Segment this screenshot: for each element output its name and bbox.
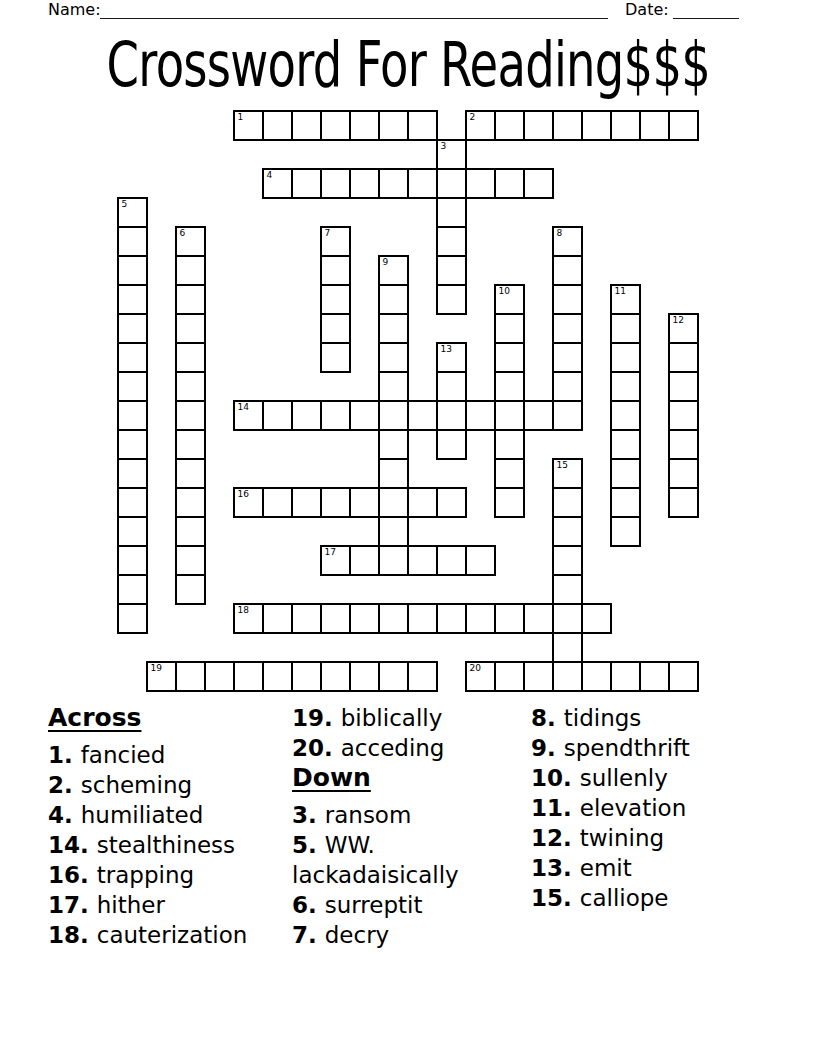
clue-19: 19. biblically	[292, 703, 508, 733]
grid-cell-r17c15[interactable]	[552, 603, 583, 634]
clue-text: elevation	[580, 795, 686, 821]
grid-cell-r2c9[interactable]	[378, 168, 409, 199]
grid-cell-r19c13[interactable]	[494, 661, 525, 692]
grid-cell-r12c19[interactable]	[668, 458, 699, 489]
grid-cell-r19c18[interactable]	[639, 661, 670, 692]
grid-cell-r19c15[interactable]	[552, 661, 583, 692]
grid-cell-r14c0[interactable]	[117, 516, 148, 547]
clue-text: tidings	[564, 705, 642, 731]
clue-number: 3.	[292, 802, 325, 828]
name-label: Name:	[48, 1, 101, 19]
clue-column-right: 8. tidings9. spendthrift10. sullenly11. …	[531, 703, 743, 913]
date-label: Date:	[625, 1, 669, 19]
cell-number-17: 17	[325, 547, 336, 558]
clue-number: 14.	[48, 832, 97, 858]
clue-column-middle: 19. biblically20. accedingDown3. ransom5…	[292, 703, 508, 950]
grid-cell-r14c15[interactable]	[552, 516, 583, 547]
grid-cell-r11c2[interactable]	[175, 429, 206, 460]
grid-cell-r11c13[interactable]	[494, 429, 525, 460]
cell-number-3: 3	[441, 141, 447, 152]
grid-cell-r10c13[interactable]	[494, 400, 525, 431]
cell-number-6: 6	[180, 228, 186, 239]
grid-cell-r2c6[interactable]	[291, 168, 322, 199]
clue-text: trapping	[97, 862, 194, 888]
cell-number-8: 8	[557, 228, 563, 239]
grid-cell-r17c12[interactable]	[465, 603, 496, 634]
grid-cell-r10c8[interactable]	[349, 400, 380, 431]
grid-cell-r10c17[interactable]	[610, 400, 641, 431]
clue-6: 6. surreptit	[292, 890, 508, 920]
clue-column-left: Across1. fancied2. scheming4. humiliated…	[48, 703, 288, 950]
clue-14: 14. stealthiness	[48, 830, 288, 860]
grid-cell-r3c0[interactable]: 5	[117, 197, 148, 228]
grid-cell-r7c17[interactable]	[610, 313, 641, 344]
clue-text: biblically	[341, 705, 443, 731]
clue-text: stealthiness	[97, 832, 235, 858]
grid-cell-r5c7[interactable]	[320, 255, 351, 286]
clue-number: 18.	[48, 922, 97, 948]
grid-cell-r9c11[interactable]	[436, 371, 467, 402]
grid-cell-r15c9[interactable]	[378, 545, 409, 576]
grid-cell-r5c9[interactable]: 9	[378, 255, 409, 286]
clue-text: acceding	[341, 735, 445, 761]
cell-number-14: 14	[238, 402, 249, 413]
grid-cell-r19c17[interactable]	[610, 661, 641, 692]
grid-cell-r10c15[interactable]	[552, 400, 583, 431]
grid-cell-r16c2[interactable]	[175, 574, 206, 605]
grid-cell-r6c13[interactable]: 10	[494, 284, 525, 315]
crossword-worksheet-page: { "game": "crossword", "header": { "name…	[0, 0, 816, 1056]
grid-cell-r12c17[interactable]	[610, 458, 641, 489]
cell-number-1: 1	[238, 112, 244, 123]
clue-number: 11.	[531, 795, 580, 821]
clue-number: 13.	[531, 855, 580, 881]
grid-cell-r12c2[interactable]	[175, 458, 206, 489]
grid-cell-r19c7[interactable]	[320, 661, 351, 692]
down-heading: Down	[292, 763, 508, 796]
grid-cell-r13c0[interactable]	[117, 487, 148, 518]
grid-cell-r17c14[interactable]	[523, 603, 554, 634]
grid-cell-r17c7[interactable]	[320, 603, 351, 634]
clue-number: 20.	[292, 735, 341, 761]
clue-number: 5.	[292, 832, 325, 858]
grid-cell-r9c17[interactable]	[610, 371, 641, 402]
grid-cell-r5c15[interactable]	[552, 255, 583, 286]
clue-15: 15. calliope	[531, 883, 743, 913]
grid-cell-r4c0[interactable]	[117, 226, 148, 257]
grid-cell-r2c10[interactable]	[407, 168, 438, 199]
grid-cell-r18c15[interactable]	[552, 632, 583, 663]
grid-cell-r13c19[interactable]	[668, 487, 699, 518]
grid-cell-r16c0[interactable]	[117, 574, 148, 605]
grid-cell-r7c9[interactable]	[378, 313, 409, 344]
grid-cell-r10c4[interactable]: 14	[233, 400, 264, 431]
clue-number: 6.	[292, 892, 325, 918]
grid-cell-r17c9[interactable]	[378, 603, 409, 634]
grid-cell-r17c8[interactable]	[349, 603, 380, 634]
grid-cell-r6c15[interactable]	[552, 284, 583, 315]
grid-cell-r5c11[interactable]	[436, 255, 467, 286]
grid-cell-r0c16[interactable]	[581, 110, 612, 141]
clue-3: 3. ransom	[292, 800, 508, 830]
grid-cell-r11c0[interactable]	[117, 429, 148, 460]
grid-cell-r12c13[interactable]	[494, 458, 525, 489]
grid-cell-r9c19[interactable]	[668, 371, 699, 402]
grid-cell-r0c4[interactable]: 1	[233, 110, 264, 141]
grid-cell-r13c6[interactable]	[291, 487, 322, 518]
grid-cell-r19c4[interactable]	[233, 661, 264, 692]
clue-text: cauterization	[97, 922, 248, 948]
clue-number: 17.	[48, 892, 97, 918]
grid-cell-r10c14[interactable]	[523, 400, 554, 431]
page-title: Crossword For Reading$$$	[106, 33, 709, 97]
grid-cell-r5c0[interactable]	[117, 255, 148, 286]
grid-cell-r10c11[interactable]	[436, 400, 467, 431]
grid-cell-r19c9[interactable]	[378, 661, 409, 692]
grid-cell-r7c0[interactable]	[117, 313, 148, 344]
down-heading-text: Down	[292, 763, 371, 792]
grid-cell-r19c2[interactable]	[175, 661, 206, 692]
grid-cell-r13c4[interactable]: 16	[233, 487, 264, 518]
crossword-grid: 1234567891011121314151617181920	[117, 110, 699, 692]
clue-text: scheming	[81, 772, 192, 798]
grid-cell-r1c11[interactable]: 3	[436, 139, 467, 170]
grid-cell-r5c2[interactable]	[175, 255, 206, 286]
grid-cell-r0c13[interactable]	[494, 110, 525, 141]
clue-13: 13. emit	[531, 853, 743, 883]
clue-number: 16.	[48, 862, 97, 888]
grid-cell-r8c2[interactable]	[175, 342, 206, 373]
grid-cell-r15c11[interactable]	[436, 545, 467, 576]
cell-number-18: 18	[238, 605, 249, 616]
grid-cell-r2c11[interactable]	[436, 168, 467, 199]
grid-cell-r8c9[interactable]	[378, 342, 409, 373]
grid-cell-r9c0[interactable]	[117, 371, 148, 402]
grid-cell-r19c19[interactable]	[668, 661, 699, 692]
grid-cell-r7c13[interactable]	[494, 313, 525, 344]
cell-number-13: 13	[441, 344, 452, 355]
grid-cell-r13c10[interactable]	[407, 487, 438, 518]
grid-cell-r7c19[interactable]: 12	[668, 313, 699, 344]
cell-number-5: 5	[122, 199, 128, 210]
grid-cell-r19c5[interactable]	[262, 661, 293, 692]
grid-cell-r0c19[interactable]	[668, 110, 699, 141]
across-heading-text: Across	[48, 703, 141, 732]
cell-number-15: 15	[557, 460, 568, 471]
grid-cell-r8c7[interactable]	[320, 342, 351, 373]
grid-cell-r8c11[interactable]: 13	[436, 342, 467, 373]
grid-cell-r19c12[interactable]: 20	[465, 661, 496, 692]
page-title-wrap: Crossword For Reading$$$	[0, 33, 816, 97]
grid-cell-r15c12[interactable]	[465, 545, 496, 576]
cell-number-7: 7	[325, 228, 331, 239]
grid-cell-r13c7[interactable]	[320, 487, 351, 518]
grid-cell-r17c4[interactable]: 18	[233, 603, 264, 634]
grid-cell-r6c17[interactable]: 11	[610, 284, 641, 315]
clue-16: 16. trapping	[48, 860, 288, 890]
clue-10: 10. sullenly	[531, 763, 743, 793]
grid-cell-r10c2[interactable]	[175, 400, 206, 431]
grid-cell-r8c15[interactable]	[552, 342, 583, 373]
grid-cell-r19c6[interactable]	[291, 661, 322, 692]
grid-cell-r2c13[interactable]	[494, 168, 525, 199]
grid-cell-r9c9[interactable]	[378, 371, 409, 402]
clue-text: sullenly	[580, 765, 668, 791]
grid-cell-r11c17[interactable]	[610, 429, 641, 460]
grid-cell-r0c14[interactable]	[523, 110, 554, 141]
grid-cell-r19c10[interactable]	[407, 661, 438, 692]
grid-cell-r17c13[interactable]	[494, 603, 525, 634]
grid-cell-r19c1[interactable]: 19	[146, 661, 177, 692]
grid-cell-r3c11[interactable]	[436, 197, 467, 228]
cell-number-2: 2	[470, 112, 476, 123]
clue-text: emit	[580, 855, 632, 881]
clue-text: twining	[580, 825, 664, 851]
grid-cell-r0c9[interactable]	[378, 110, 409, 141]
grid-cell-r12c9[interactable]	[378, 458, 409, 489]
clue-number: 19.	[292, 705, 341, 731]
grid-cell-r6c0[interactable]	[117, 284, 148, 315]
clue-text: humiliated	[81, 802, 204, 828]
grid-cell-r2c12[interactable]	[465, 168, 496, 199]
grid-cell-r4c2[interactable]: 6	[175, 226, 206, 257]
clue-text: hither	[97, 892, 165, 918]
clue-4: 4. humiliated	[48, 800, 288, 830]
clue-number: 9.	[531, 735, 564, 761]
grid-cell-r17c11[interactable]	[436, 603, 467, 634]
grid-cell-r15c15[interactable]	[552, 545, 583, 576]
clue-number: 4.	[48, 802, 81, 828]
grid-cell-r19c16[interactable]	[581, 661, 612, 692]
clue-2: 2. scheming	[48, 770, 288, 800]
clue-text: surreptit	[325, 892, 423, 918]
grid-cell-r17c10[interactable]	[407, 603, 438, 634]
grid-cell-r7c15[interactable]	[552, 313, 583, 344]
grid-cell-r10c7[interactable]	[320, 400, 351, 431]
grid-cell-r2c5[interactable]: 4	[262, 168, 293, 199]
grid-cell-r10c0[interactable]	[117, 400, 148, 431]
grid-cell-r4c11[interactable]	[436, 226, 467, 257]
cell-number-4: 4	[267, 170, 273, 181]
grid-cell-r19c14[interactable]	[523, 661, 554, 692]
grid-cell-r13c13[interactable]	[494, 487, 525, 518]
clue-number: 7.	[292, 922, 325, 948]
clue-18: 18. cauterization	[48, 920, 288, 950]
cell-number-19: 19	[151, 663, 162, 674]
clue-text: ransom	[325, 802, 412, 828]
grid-cell-r12c0[interactable]	[117, 458, 148, 489]
grid-cell-r0c7[interactable]	[320, 110, 351, 141]
grid-cell-r11c9[interactable]	[378, 429, 409, 460]
grid-cell-r0c18[interactable]	[639, 110, 670, 141]
grid-cell-r14c17[interactable]	[610, 516, 641, 547]
grid-cell-r0c6[interactable]	[291, 110, 322, 141]
clue-8: 8. tidings	[531, 703, 743, 733]
clue-number: 10.	[531, 765, 580, 791]
clue-12: 12. twining	[531, 823, 743, 853]
cell-number-11: 11	[615, 286, 626, 297]
grid-cell-r8c13[interactable]	[494, 342, 525, 373]
grid-cell-r6c2[interactable]	[175, 284, 206, 315]
clue-number: 15.	[531, 885, 580, 911]
cell-number-10: 10	[499, 286, 510, 297]
grid-cell-r10c12[interactable]	[465, 400, 496, 431]
grid-cell-r15c10[interactable]	[407, 545, 438, 576]
grid-cell-r11c19[interactable]	[668, 429, 699, 460]
grid-cell-r10c6[interactable]	[291, 400, 322, 431]
grid-cell-r19c3[interactable]	[204, 661, 235, 692]
cell-number-9: 9	[383, 257, 389, 268]
grid-cell-r0c5[interactable]	[262, 110, 293, 141]
grid-cell-r13c9[interactable]	[378, 487, 409, 518]
grid-cell-r13c5[interactable]	[262, 487, 293, 518]
grid-cell-r4c15[interactable]: 8	[552, 226, 583, 257]
grid-cell-r14c9[interactable]	[378, 516, 409, 547]
grid-cell-r10c9[interactable]	[378, 400, 409, 431]
clue-17: 17. hither	[48, 890, 288, 920]
grid-cell-r6c7[interactable]	[320, 284, 351, 315]
grid-cell-r6c11[interactable]	[436, 284, 467, 315]
grid-cell-r19c8[interactable]	[349, 661, 380, 692]
clue-number: 1.	[48, 742, 81, 768]
grid-cell-r15c0[interactable]	[117, 545, 148, 576]
grid-cell-r13c15[interactable]	[552, 487, 583, 518]
cell-number-12: 12	[673, 315, 684, 326]
grid-cell-r10c5[interactable]	[262, 400, 293, 431]
grid-cell-r17c16[interactable]	[581, 603, 612, 634]
grid-cell-r13c11[interactable]	[436, 487, 467, 518]
grid-cell-r11c11[interactable]	[436, 429, 467, 460]
grid-cell-r0c8[interactable]	[349, 110, 380, 141]
grid-cell-r6c9[interactable]	[378, 284, 409, 315]
grid-cell-r9c13[interactable]	[494, 371, 525, 402]
grid-cell-r13c17[interactable]	[610, 487, 641, 518]
name-blank-line	[100, 0, 608, 19]
grid-cell-r15c8[interactable]	[349, 545, 380, 576]
date-blank-line	[673, 0, 739, 19]
clue-7: 7. decry	[292, 920, 508, 950]
clue-text: fancied	[81, 742, 166, 768]
grid-cell-r17c0[interactable]	[117, 603, 148, 634]
grid-cell-r4c7[interactable]: 7	[320, 226, 351, 257]
grid-cell-r15c7[interactable]: 17	[320, 545, 351, 576]
grid-cell-r17c5[interactable]	[262, 603, 293, 634]
grid-cell-r13c8[interactable]	[349, 487, 380, 518]
cell-number-16: 16	[238, 489, 249, 500]
clue-20: 20. acceding	[292, 733, 508, 763]
grid-cell-r14c2[interactable]	[175, 516, 206, 547]
grid-cell-r0c10[interactable]	[407, 110, 438, 141]
grid-cell-r9c15[interactable]	[552, 371, 583, 402]
grid-cell-r8c19[interactable]	[668, 342, 699, 373]
clue-number: 2.	[48, 772, 81, 798]
grid-cell-r10c10[interactable]	[407, 400, 438, 431]
grid-cell-r15c2[interactable]	[175, 545, 206, 576]
clue-number: 12.	[531, 825, 580, 851]
grid-cell-r8c0[interactable]	[117, 342, 148, 373]
across-heading: Across	[48, 703, 288, 736]
grid-cell-r8c17[interactable]	[610, 342, 641, 373]
clue-text: calliope	[580, 885, 669, 911]
grid-cell-r0c12[interactable]: 2	[465, 110, 496, 141]
grid-cell-r0c17[interactable]	[610, 110, 641, 141]
clue-number: 8.	[531, 705, 564, 731]
grid-cell-r7c7[interactable]	[320, 313, 351, 344]
cell-number-20: 20	[470, 663, 481, 674]
clue-text: spendthrift	[564, 735, 690, 761]
clue-9: 9. spendthrift	[531, 733, 743, 763]
grid-cell-r12c15[interactable]: 15	[552, 458, 583, 489]
clue-5: 5. WW. lackadaisically	[292, 830, 508, 890]
grid-cell-r13c2[interactable]	[175, 487, 206, 518]
grid-cell-r2c8[interactable]	[349, 168, 380, 199]
clue-text: decry	[325, 922, 389, 948]
grid-cell-r2c7[interactable]	[320, 168, 351, 199]
clue-1: 1. fancied	[48, 740, 288, 770]
grid-cell-r16c15[interactable]	[552, 574, 583, 605]
grid-cell-r0c15[interactable]	[552, 110, 583, 141]
grid-cell-r2c14[interactable]	[523, 168, 554, 199]
grid-cell-r17c6[interactable]	[291, 603, 322, 634]
clue-11: 11. elevation	[531, 793, 743, 823]
grid-cell-r7c2[interactable]	[175, 313, 206, 344]
grid-cell-r10c19[interactable]	[668, 400, 699, 431]
grid-cell-r9c2[interactable]	[175, 371, 206, 402]
